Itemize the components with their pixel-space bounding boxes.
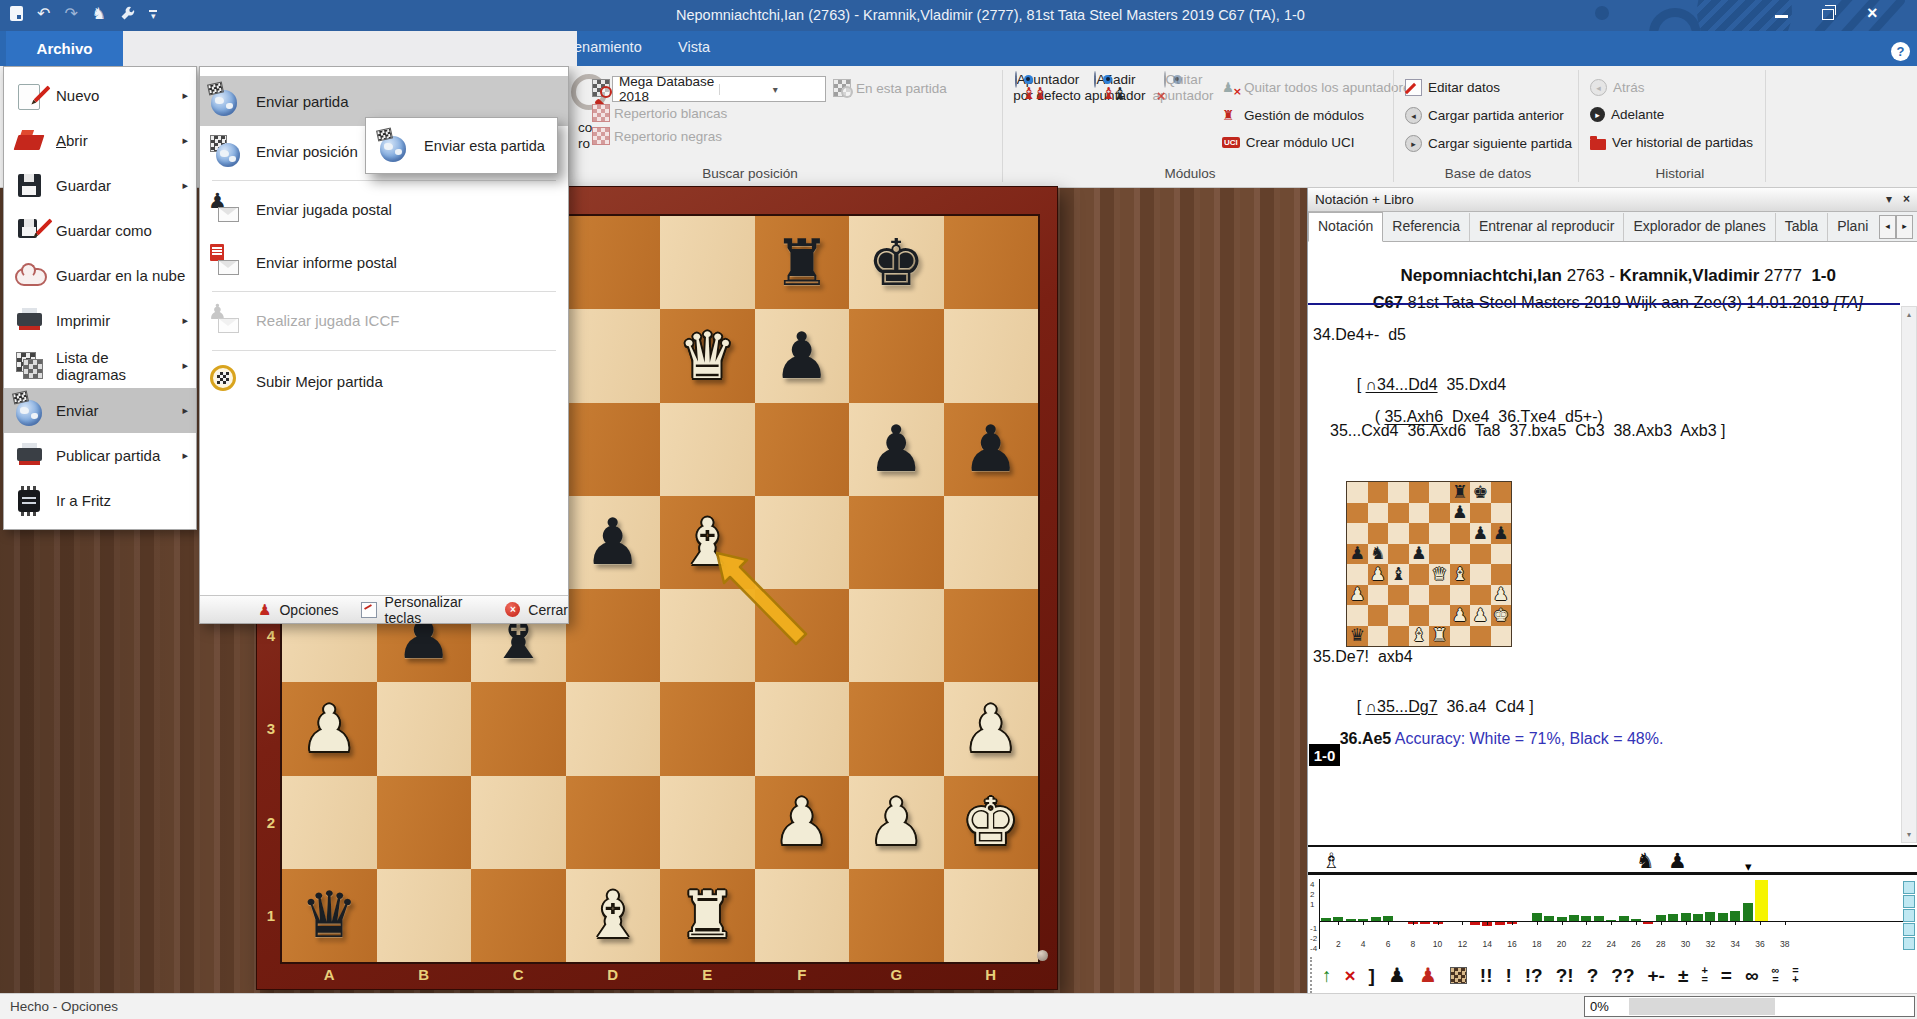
quick-access-toolbar: ↶ ↷ ♞ ▾ [10,4,157,23]
scroll-down-icon[interactable]: ▾ [1902,827,1916,842]
piece-bp-h6: ♟ [1493,525,1509,543]
square-c8 [1388,482,1409,503]
game-history-button[interactable]: Ver historial de partidas [1590,135,1753,150]
move-35[interactable]: 35.De7! axb4 [1313,648,1413,666]
red-piece-icon[interactable]: ♟ [1419,965,1437,985]
piece-bq-a1: ♛ [1349,627,1365,645]
eval-bar-9[interactable] [1420,922,1430,924]
redo-icon[interactable]: ↷ [64,4,77,23]
eval-bar-5[interactable] [1371,917,1381,921]
square-f5 [1450,544,1471,565]
square-h2[interactable]: ♚ [944,776,1039,869]
interesting-move[interactable]: !? [1525,966,1543,985]
save-icon [14,170,46,202]
eval-bar-29[interactable] [1668,914,1678,921]
back-button[interactable]: ◂ Atrás [1590,79,1645,96]
square-e3[interactable] [660,682,755,775]
notation-scrollbar[interactable]: ▴ ▾ [1901,306,1917,843]
customize-keys-button[interactable]: Personalizar teclas [385,594,484,626]
undo-icon[interactable]: ↶ [37,4,50,23]
square-g8[interactable]: ♚ [849,216,944,309]
square-g6: ♟ [1470,523,1491,544]
menu-item-abrir[interactable]: Abrir▸ [4,118,196,163]
edit-data-icon [1405,79,1422,96]
piece-bk-g8: ♚ [868,231,925,295]
square-e6[interactable] [660,403,755,496]
axis-tick [1438,921,1439,925]
tab-referencia[interactable]: Referencia [1383,213,1470,241]
square-d6[interactable] [566,403,661,496]
board-corner-handle[interactable] [1037,950,1048,961]
square-h4[interactable] [944,589,1039,682]
eval-bar-25[interactable] [1619,916,1629,921]
x-tick-label-6: 6 [1381,939,1395,949]
new-game-icon[interactable] [10,6,23,21]
panel-header[interactable]: Notación + Libro ▾ × [1308,188,1917,212]
eval-bar-13[interactable] [1470,922,1480,925]
cloud-icon [14,260,46,292]
square-h7[interactable] [944,309,1039,402]
piece-wb-f4: ♝ [1452,566,1468,584]
piece-bp-h6: ♟ [962,417,1019,481]
menu-item-lista-diagramas[interactable]: Lista de diagramas▸ [4,343,196,388]
x-tick-label-20: 20 [1555,939,1569,949]
piece-bp-g6: ♟ [1472,525,1488,543]
y-tick-label--1: -1 [1310,924,1317,933]
axis-tick [1686,921,1687,925]
square-g4[interactable] [849,589,944,682]
iccf-move-icon: ♟ [208,302,244,338]
submenu-footer: ♟ Opciones Personalizar teclas × Cerrar [200,595,568,623]
square-e7 [1429,503,1450,524]
square-b2[interactable] [377,776,472,869]
square-d2[interactable] [566,776,661,869]
square-g5 [1470,544,1491,565]
tab-scroll-left[interactable]: ◂ [1879,215,1896,239]
close-button[interactable]: × [1867,3,1878,24]
open-folder-icon [14,125,46,157]
material-strip: ♗♞♟ [1308,845,1917,875]
eval-bar-33[interactable] [1718,913,1728,921]
tab-archivo[interactable]: Archivo [6,31,123,66]
file-menu: Nuevo▸ Abrir▸ Guardar▸ Guardar como Guar… [3,66,197,530]
repertoire-black-button[interactable]: Repertorio negras [614,129,722,144]
square-h8[interactable] [944,216,1039,309]
notation-diagram: ♜♚♟♟♟♟♞♟♟♝♛♝♟♟♟♟♚♛♝♜ [1346,481,1512,647]
square-f1 [1450,626,1471,647]
publish-icon [14,440,46,472]
eval-bar-15[interactable] [1495,922,1505,925]
axis-tick [1562,921,1563,925]
eval-bar-3[interactable] [1346,919,1356,921]
uci-icon: UCI [1222,137,1240,148]
square-g3[interactable] [849,682,944,775]
submenu-realizar-iccf[interactable]: ♟ Realizar jugada ICCF [200,295,568,345]
minimize-button[interactable] [1775,15,1788,18]
square-h4 [1491,564,1512,585]
square-g2[interactable]: ♟ [849,776,944,869]
square-d6 [1409,523,1430,544]
y-tick-label-4: 4 [1310,880,1314,889]
progress-bar: 0% [1584,996,1915,1017]
square-b3[interactable] [377,682,472,775]
piece-wp-a3: ♟ [301,697,358,761]
square-d3 [1409,585,1430,606]
square-d2 [1409,605,1430,626]
engine-management-button[interactable]: ♜ Gestión de módulos [1222,107,1364,123]
new-icon [14,80,46,112]
square-e7[interactable]: ♛ [660,309,755,402]
forward-button[interactable]: ▸ Adelante [1590,107,1664,122]
menu-item-guardar[interactable]: Guardar▸ [4,163,196,208]
black-piece-icon[interactable]: ♟ [1388,965,1406,985]
eval-bar-23[interactable] [1594,916,1604,922]
square-h6: ♟ [1491,523,1512,544]
square-g4 [1470,564,1491,585]
search-button-label-frag2: ro [578,136,590,151]
good-move[interactable]: ! [1505,966,1511,985]
square-f7: ♟ [1450,503,1471,524]
load-previous-game-button[interactable]: ◂ Cargar partida anterior [1405,107,1564,124]
rank-label-2: 2 [263,776,279,869]
combo-value: Mega Database 2018 [613,74,719,104]
eval-bar-32[interactable] [1705,912,1715,921]
square-h3[interactable]: ♟ [944,682,1039,775]
axis-tick [1586,921,1587,925]
square-g8: ♚ [1470,482,1491,503]
square-g1 [1470,626,1491,647]
axis-tick [1636,921,1637,925]
move-36-accuracy[interactable]: 36.Ae5 Accuracy: White = 71%, Black = 48… [1313,712,1663,766]
axis-tick [1413,921,1414,925]
menu-item-guardar-nube[interactable]: Guardar en la nube [4,253,196,298]
progress-label: 0% [1590,999,1609,1014]
remove-kibitzer-icon: × [1164,72,1166,87]
repertoire-white-button[interactable]: Repertorio blancas [614,106,727,121]
tab-entrenar[interactable]: Entrenar al reproducir [1470,213,1624,241]
blunder[interactable]: ?? [1611,966,1634,985]
square-c2[interactable] [471,776,566,869]
square-c7 [1388,503,1409,524]
square-d8[interactable] [566,216,661,309]
default-kibitzer-button[interactable]: ♝♝ Apuntadorpor defecto [1012,72,1082,104]
search-in-game-button[interactable]: En esta partida [856,81,947,96]
diagram-list-icon [14,350,46,382]
next-icon: ▸ [1405,135,1422,152]
group-label-buscar: Buscar posición [660,166,840,181]
tab-tabla[interactable]: Tabla [1776,213,1828,241]
piece-wp-g2: ♟ [1472,607,1488,625]
square-h1[interactable] [944,869,1039,962]
square-c3[interactable] [471,682,566,775]
customize-keys-icon [361,602,377,618]
back-icon: ◂ [1590,79,1607,96]
square-e1[interactable]: ♜ [660,869,755,962]
axis-tick [1487,921,1488,925]
piece-wk-h2: ♚ [1493,607,1509,625]
piece-bp-f7: ♟ [1452,504,1468,522]
send-this-game-flyout[interactable]: Enviar esta partida [365,117,558,174]
menu-item-guardar-como[interactable]: Guardar como [4,208,196,253]
eval-bar-35[interactable] [1743,903,1753,921]
submenu-enviar-informe[interactable]: Enviar informe postal [200,237,568,287]
postal-report-icon [208,244,244,280]
square-a5: ♟ [1347,544,1368,565]
history-folder-icon [1590,139,1606,150]
submenu-enviar-jugada[interactable]: ♟ Enviar jugada postal [200,184,568,234]
eval-bar-19[interactable] [1544,916,1554,921]
square-g6[interactable]: ♟ [849,403,944,496]
square-d1: ♝ [1409,626,1430,647]
piece-bn-b5: ♞ [1370,545,1386,563]
rank-label-3: 3 [263,682,279,775]
square-c1[interactable] [471,869,566,962]
square-e8[interactable] [660,216,755,309]
square-f1[interactable] [755,869,850,962]
white-winning[interactable]: +- [1648,966,1665,985]
tab-scroll-right[interactable]: ▸ [1896,215,1913,239]
square-a2[interactable] [282,776,377,869]
axis-tick [1388,921,1389,925]
square-d4[interactable] [566,589,661,682]
square-c2 [1388,605,1409,626]
remove-kibitzer-button[interactable]: × Quitarapuntador [1148,72,1218,104]
qat-customize-icon[interactable]: ▾ [149,10,157,18]
square-b4: ♟ [1368,564,1389,585]
square-f3[interactable] [755,682,850,775]
add-kibitzer-button[interactable]: ♝♝ Añadirapuntador [1080,72,1150,104]
square-h3: ♟ [1491,585,1512,606]
menu-item-enviar[interactable]: Enviar▸ [4,388,196,433]
current-move-marker: ▾ [1745,859,1752,874]
y-tick-label-2: 2 [1310,890,1314,899]
white-clearly-better[interactable]: ± [1678,966,1688,985]
piece-wp-h3: ♟ [962,697,1019,761]
restore-button[interactable] [1822,9,1834,20]
eval-bar-27[interactable] [1643,922,1653,924]
create-uci-engine-button[interactable]: UCI Crear módulo UCI [1222,135,1355,150]
square-e4[interactable] [660,589,755,682]
square-e5[interactable]: ♝ [660,496,755,589]
eval-bar-21[interactable] [1569,915,1579,921]
eval-bar-34[interactable] [1730,911,1740,921]
square-d3[interactable] [566,682,661,775]
square-f8[interactable]: ♜ [755,216,850,309]
notation-panel: Notación + Libro ▾ × NotaciónReferenciaE… [1307,188,1917,993]
mistake[interactable]: ? [1587,966,1599,985]
piece-wb-d1: ♝ [584,883,641,947]
piece-wp-f2: ♟ [773,790,830,854]
material-piece: ♞ [1636,849,1655,873]
file-label-B: B [377,966,472,983]
square-c3 [1388,585,1409,606]
y-tick-label-1: 1 [1310,900,1314,909]
piece-wr-e1: ♜ [1431,627,1447,645]
edit-data-button[interactable]: Editar datos [1405,79,1500,96]
square-f6[interactable] [755,403,850,496]
square-b1 [1368,626,1389,647]
close-menu-icon: × [505,602,520,617]
x-tick-label-38: 38 [1778,939,1792,949]
group-label-modulos: Módulos [1100,166,1280,181]
piece-bp-g6: ♟ [868,417,925,481]
unclear[interactable]: ∞ [1745,966,1759,985]
square-f5[interactable] [755,496,850,589]
square-d8 [1409,482,1430,503]
tab-explorador[interactable]: Explorador de planes [1624,213,1775,241]
square-f8: ♜ [1450,482,1471,503]
x-tick-label-18: 18 [1530,939,1544,949]
move-34[interactable]: 34.De4+- d5 [1313,326,1406,344]
menu-item-nuevo[interactable]: Nuevo▸ [4,73,196,118]
options-button[interactable]: Opciones [279,602,338,618]
scroll-up-icon[interactable]: ▴ [1902,307,1916,322]
tab-vista[interactable]: Vista [678,39,710,55]
file-label-H: H [944,966,1039,983]
variation-35-tail[interactable]: 35...Cxd4 36.Axd6 Ta8 37.bxa5 Cb3 38.Axb… [1330,422,1726,440]
menu-item-ir-a-fritz[interactable]: Ir a Fritz [4,478,196,523]
eval-bar-31[interactable] [1693,914,1703,921]
square-e2[interactable] [660,776,755,869]
close-menu-button[interactable]: Cerrar [528,602,568,618]
piece-wb-e5: ♝ [679,510,736,574]
evaluation-chart[interactable]: 2468101214161820222426283032343638421-1-… [1308,879,1917,955]
eval-bar-36[interactable] [1755,880,1768,921]
square-f4[interactable] [755,589,850,682]
y-tick-label--4: -4 [1310,944,1317,953]
database-search-icon [592,79,610,97]
default-kibitzer-icon: ♝♝ [1015,72,1017,87]
wrench-icon[interactable] [120,6,135,21]
square-e4: ♛ [1429,564,1450,585]
x-tick-label-8: 8 [1406,939,1420,949]
square-h1 [1491,626,1512,647]
repertoire-white-icon [592,104,610,122]
group-label-historial: Historial [1600,166,1760,181]
axis-tick [1512,921,1513,925]
square-c5 [1388,544,1409,565]
square-d1[interactable]: ♝ [566,869,661,962]
square-e6 [1429,523,1450,544]
square-h6[interactable]: ♟ [944,403,1039,496]
square-d7[interactable] [566,309,661,402]
square-b8 [1368,482,1389,503]
tab-plani[interactable]: Plani [1828,213,1877,241]
piece-bp-a5: ♟ [1349,545,1365,563]
square-f7[interactable]: ♟ [755,309,850,402]
square-a1[interactable]: ♛ [282,869,377,962]
black-slightly-better[interactable]: =+ [1792,966,1798,984]
piece-wb-d1: ♝ [1411,627,1427,645]
square-b3 [1368,585,1389,606]
submenu-subir-mejor[interactable]: Subir Mejor partida [200,356,568,406]
load-next-game-button[interactable]: ▸ Cargar siguiente partida [1405,135,1572,152]
square-f4: ♝ [1450,564,1471,585]
piece-wr-e1: ♜ [679,883,736,947]
dubious-move[interactable]: ?! [1556,966,1574,985]
delete-icon[interactable]: × [1345,966,1356,985]
eval-bar-1[interactable] [1321,918,1331,921]
very-good-move[interactable]: !! [1480,966,1493,985]
axis-tick [1611,921,1612,925]
equal[interactable]: = [1721,966,1732,985]
result-badge: 1-0 [1309,744,1340,766]
group-label-basedatos: Base de datos [1400,166,1576,181]
open-menu-backdrop [123,31,577,66]
square-b1[interactable] [377,869,472,962]
chart-edge-column [1903,881,1916,951]
square-g2: ♟ [1470,605,1491,626]
x-tick-label-32: 32 [1703,939,1717,949]
remove-all-kibitzers-button[interactable]: ♟× Quitar todos los apuntadores [1222,79,1417,95]
square-h2: ♚ [1491,605,1512,626]
tab-entrenamiento[interactable]: enamiento [574,39,642,55]
square-f2[interactable]: ♟ [755,776,850,869]
square-e8 [1429,482,1450,503]
reference-database-combobox[interactable]: Mega Database 2018 ▾ [612,76,826,102]
axis-tick [1363,921,1364,925]
tab-notacion[interactable]: Notación [1308,212,1383,242]
rank-label-1: 1 [263,869,279,962]
piece-wp-h3: ♟ [1493,586,1509,604]
square-d5: ♟ [1409,544,1430,565]
piece-wp-a3: ♟ [1349,586,1365,604]
square-g7[interactable] [849,309,944,402]
chessbase-window: ↶ ↷ ♞ ▾ Nepomniachtchi,Ian (2763) - Kram… [0,0,1917,1019]
square-g7 [1470,503,1491,524]
x-tick-label-30: 30 [1679,939,1693,949]
square-g1[interactable] [849,869,944,962]
knight-icon[interactable]: ♞ [92,4,106,23]
panel-close-icon[interactable]: × [1903,188,1910,211]
axis-tick [1760,921,1761,925]
square-g5[interactable] [849,496,944,589]
compensation[interactable]: ∞= [1771,966,1779,984]
square-d5[interactable]: ♟ [566,496,661,589]
menu-item-imprimir[interactable]: Imprimir▸ [4,298,196,343]
x-tick-label-14: 14 [1480,939,1494,949]
x-tick-label-28: 28 [1654,939,1668,949]
promote-variation-icon[interactable]: ↑ [1322,966,1332,985]
square-a6 [1347,523,1368,544]
help-icon[interactable]: ? [1891,42,1910,61]
square-g3 [1470,585,1491,606]
menu-item-publicar[interactable]: Publicar partida▸ [4,433,196,478]
eval-bar-18[interactable] [1532,913,1542,921]
cut-variation-icon[interactable]: ] [1369,966,1375,985]
square-h5 [1491,544,1512,565]
panel-dropdown-icon[interactable]: ▾ [1886,188,1892,211]
x-tick-label-16: 16 [1505,939,1519,949]
x-tick-label-12: 12 [1455,939,1469,949]
send-game-icon [208,83,244,119]
eval-bar-30[interactable] [1681,913,1691,921]
colored-board-icon[interactable] [1450,967,1467,984]
square-h5[interactable] [944,496,1039,589]
piece-wp-g2: ♟ [868,790,925,854]
x-tick-label-26: 26 [1629,939,1643,949]
file-label-D: D [566,966,661,983]
forward-icon: ▸ [1590,107,1605,122]
file-label-C: C [471,966,566,983]
white-slightly-better[interactable]: += [1701,966,1707,984]
chevron-down-icon[interactable]: ▾ [719,84,826,95]
square-a3[interactable]: ♟ [282,682,377,775]
search-in-game-icon [833,79,851,97]
repertoire-black-icon [592,127,610,145]
options-icon: ♟ [258,601,271,619]
square-e2 [1429,605,1450,626]
